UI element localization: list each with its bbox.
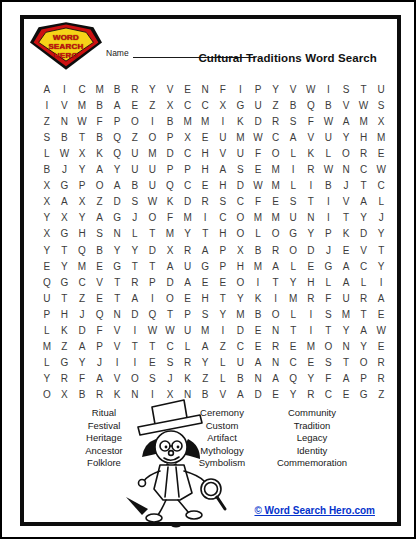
grid-cell: E (91, 290, 109, 306)
grid-cell: D (179, 194, 197, 210)
grid-cell: L (249, 226, 267, 242)
name-label: Name (106, 48, 129, 58)
grid-cell: I (108, 355, 126, 371)
grid-cell: Y (302, 226, 320, 242)
grid-cell: P (161, 162, 179, 178)
grid-cell: A (267, 258, 285, 274)
grid-cell: F (249, 145, 267, 161)
grid-cell: O (161, 290, 179, 306)
grid-cell: Z (56, 339, 74, 355)
grid-cell: T (355, 178, 373, 194)
grid-cell: H (214, 178, 232, 194)
worksheet-screenshot: WORDSEARCHHERO Name Cultural Traditions … (0, 0, 416, 539)
grid-cell: R (302, 290, 320, 306)
grid-cell: A (284, 129, 302, 145)
grid-cell: B (91, 242, 109, 258)
grid-cell: C (179, 178, 197, 194)
grid-cell: S (320, 306, 338, 322)
grid-cell: A (38, 81, 56, 97)
grid-cell: T (372, 242, 390, 258)
grid-cell: D (249, 113, 267, 129)
grid-cell: W (320, 162, 338, 178)
grid-cell: L (372, 194, 390, 210)
grid-cell: N (302, 210, 320, 226)
grid-cell: A (179, 274, 197, 290)
grid-cell: X (214, 97, 232, 113)
grid-cell: D (73, 323, 91, 339)
grid-cell: C (232, 339, 250, 355)
grid-cell: E (284, 339, 302, 355)
grid-cell: W (249, 129, 267, 145)
grid-cell: U (144, 178, 162, 194)
grid-cell: B (249, 242, 267, 258)
grid-cell: E (302, 355, 320, 371)
grid-cell: S (232, 162, 250, 178)
grid-cell: W (302, 81, 320, 97)
grid-cell: A (108, 178, 126, 194)
grid-cell: Y (38, 210, 56, 226)
word-search-hero-link[interactable]: © Word Search Hero.com (254, 505, 375, 516)
grid-cell: B (232, 371, 250, 387)
grid-cell: E (372, 145, 390, 161)
grid-cell: M (73, 258, 91, 274)
grid-cell: I (56, 81, 74, 97)
grid-cell: R (196, 194, 214, 210)
grid-cell: Z (144, 97, 162, 113)
grid-cell: T (108, 290, 126, 306)
grid-cell: B (108, 81, 126, 97)
grid-cell: L (355, 274, 373, 290)
grid-cell: W (144, 323, 162, 339)
grid-cell: S (91, 226, 109, 242)
grid-cell: Y (302, 371, 320, 387)
grid-cell: Z (372, 387, 390, 403)
grid-cell: P (355, 371, 373, 387)
grid-cell: L (284, 178, 302, 194)
grid-cell: I (196, 210, 214, 226)
grid-cell: A (108, 97, 126, 113)
grid-cell: M (179, 113, 197, 129)
grid-cell: F (91, 113, 109, 129)
grid-cell: B (126, 178, 144, 194)
grid-cell: X (372, 113, 390, 129)
grid-cell: S (126, 194, 144, 210)
grid-cell: Y (284, 387, 302, 403)
grid-cell: O (144, 210, 162, 226)
grid-cell: K (337, 226, 355, 242)
grid-cell: O (232, 210, 250, 226)
grid-cell: R (267, 339, 285, 355)
grid-cell: R (179, 242, 197, 258)
grid-cell: A (214, 162, 232, 178)
grid-cell: N (267, 355, 285, 371)
grid-cell: S (320, 355, 338, 371)
grid-cell: G (196, 258, 214, 274)
grid-cell: M (232, 129, 250, 145)
grid-cell: L (214, 371, 232, 387)
grid-cell: M (196, 323, 214, 339)
grid-cell: Y (38, 371, 56, 387)
grid-cell: H (196, 162, 214, 178)
grid-cell: A (337, 274, 355, 290)
grid-cell: D (126, 306, 144, 322)
grid-cell: F (320, 371, 338, 387)
grid-cell: A (337, 258, 355, 274)
grid-cell: E (337, 387, 355, 403)
grid-cell: R (302, 162, 320, 178)
grid-cell: O (232, 274, 250, 290)
grid-cell: I (214, 113, 232, 129)
grid-cell: B (320, 178, 338, 194)
grid-cell: E (249, 162, 267, 178)
grid-cell: W (161, 323, 179, 339)
grid-cell: T (214, 290, 232, 306)
grid-cell: L (38, 323, 56, 339)
grid-cell: R (372, 371, 390, 387)
grid-cell: A (91, 371, 109, 387)
grid-cell: L (320, 145, 338, 161)
grid-cell: S (196, 306, 214, 322)
grid-cell: L (320, 274, 338, 290)
grid-cell: H (214, 226, 232, 242)
grid-cell: Z (196, 371, 214, 387)
grid-cell: F (91, 323, 109, 339)
grid-cell: A (196, 339, 214, 355)
grid-cell: I (38, 97, 56, 113)
grid-cell: R (126, 81, 144, 97)
grid-cell: R (355, 145, 373, 161)
grid-cell: O (91, 178, 109, 194)
grid-cell: E (196, 129, 214, 145)
grid-cell: B (91, 97, 109, 113)
word-list-column-3: CommunityTraditionLegacyIdentityCommemor… (256, 407, 368, 470)
grid-cell: I (320, 210, 338, 226)
grid-cell: T (108, 274, 126, 290)
grid-cell: C (232, 194, 250, 210)
grid-cell: H (196, 145, 214, 161)
grid-cell: A (267, 371, 285, 387)
grid-cell: T (337, 210, 355, 226)
grid-cell: B (56, 129, 74, 145)
grid-cell: M (249, 258, 267, 274)
grid-cell: O (337, 145, 355, 161)
grid-cell: W (372, 323, 390, 339)
page-title: Cultural Traditions Word Search (198, 52, 377, 64)
grid-cell: G (355, 387, 373, 403)
grid-cell: O (284, 242, 302, 258)
grid-cell: K (232, 113, 250, 129)
grid-cell: E (214, 274, 232, 290)
grid-cell: T (302, 194, 320, 210)
grid-cell: P (144, 274, 162, 290)
grid-cell: P (214, 258, 232, 274)
grid-cell: U (284, 210, 302, 226)
grid-cell: R (355, 290, 373, 306)
grid-cell: X (56, 210, 74, 226)
grid-cell: U (179, 258, 197, 274)
grid-cell: V (337, 194, 355, 210)
grid-cell: T (320, 323, 338, 339)
grid-cell: U (320, 129, 338, 145)
grid-cell: O (144, 129, 162, 145)
grid-cell: T (284, 323, 302, 339)
grid-cell: D (302, 242, 320, 258)
grid-cell: I (267, 290, 285, 306)
grid-cell: D (161, 145, 179, 161)
grid-cell: G (56, 226, 74, 242)
grid-cell: X (179, 129, 197, 145)
grid-cell: D (232, 323, 250, 339)
grid-cell: G (56, 178, 74, 194)
grid-cell: A (73, 339, 91, 355)
grid-cell: O (38, 387, 56, 403)
grid-cell: U (232, 355, 250, 371)
grid-cell: H (302, 274, 320, 290)
grid-cell: U (179, 323, 197, 339)
grid-cell: J (161, 371, 179, 387)
grid-cell: L (38, 145, 56, 161)
grid-cell: W (372, 162, 390, 178)
grid-cell: K (56, 323, 74, 339)
grid-cell: C (179, 97, 197, 113)
grid-cell: Q (73, 242, 91, 258)
grid-cell: E (144, 355, 162, 371)
grid-cell: Q (284, 371, 302, 387)
grid-cell: D (161, 274, 179, 290)
grid-cell: A (355, 323, 373, 339)
grid-cell: K (249, 290, 267, 306)
grid-cell: F (320, 290, 338, 306)
word-list-item: Legacy (256, 432, 368, 445)
grid-cell: U (126, 145, 144, 161)
grid-cell: Y (232, 290, 250, 306)
grid-cell: R (302, 387, 320, 403)
grid-cell: M (355, 113, 373, 129)
grid-cell: O (267, 306, 285, 322)
logo-line: WORD (53, 33, 79, 42)
grid-cell: P (73, 178, 91, 194)
grid-cell: P (38, 306, 56, 322)
grid-cell: U (126, 162, 144, 178)
grid-cell: I (302, 178, 320, 194)
grid-cell: M (144, 145, 162, 161)
grid-cell: K (302, 145, 320, 161)
worksheet-page: WORDSEARCHHERO Name Cultural Traditions … (20, 15, 401, 526)
grid-cell: E (179, 81, 197, 97)
grid-cell: V (337, 97, 355, 113)
grid-cell: T (126, 339, 144, 355)
grid-cell: R (126, 274, 144, 290)
grid-cell: S (214, 194, 232, 210)
grid-cell: R (91, 387, 109, 403)
grid-cell: V (108, 323, 126, 339)
grid-cell: U (232, 145, 250, 161)
grid-cell: Y (73, 355, 91, 371)
grid-cell: T (73, 129, 91, 145)
grid-cell: M (232, 306, 250, 322)
grid-cell: L (284, 306, 302, 322)
grid-cell: Y (337, 323, 355, 339)
grid-cell: E (302, 258, 320, 274)
grid-cell: M (267, 210, 285, 226)
grid-cell: J (126, 210, 144, 226)
grid-cell: Y (144, 81, 162, 97)
grid-cell: C (73, 274, 91, 290)
grid-cell: H (232, 258, 250, 274)
grid-cell: H (73, 226, 91, 242)
grid-cell: P (249, 81, 267, 97)
grid-cell: Q (108, 129, 126, 145)
grid-cell: C (372, 178, 390, 194)
grid-cell: F (249, 194, 267, 210)
grid-cell: M (196, 113, 214, 129)
grid-cell: L (38, 355, 56, 371)
grid-cell: U (372, 81, 390, 97)
grid-cell: Y (108, 242, 126, 258)
grid-cell: J (337, 178, 355, 194)
grid-cell: P (179, 306, 197, 322)
grid-cell: Y (38, 242, 56, 258)
grid-cell: A (337, 113, 355, 129)
grid-cell: Y (267, 81, 285, 97)
grid-cell: V (355, 242, 373, 258)
grid-cell: M (73, 97, 91, 113)
grid-cell: Y (73, 210, 91, 226)
grid-cell: S (284, 113, 302, 129)
grid-cell: Y (56, 258, 74, 274)
grid-cell: F (214, 81, 232, 97)
grid-cell: T (161, 306, 179, 322)
grid-cell: N (108, 226, 126, 242)
grid-cell: M (179, 210, 197, 226)
grid-cell: E (337, 242, 355, 258)
grid-cell: D (232, 178, 250, 194)
logo-text: WORDSEARCHHERO (30, 29, 102, 63)
grid-cell: Y (179, 226, 197, 242)
grid-cell: A (161, 258, 179, 274)
grid-cell: J (56, 162, 74, 178)
grid-cell: G (232, 97, 250, 113)
grid-cell: A (337, 371, 355, 387)
grid-cell: Y (372, 258, 390, 274)
grid-cell: C (355, 258, 373, 274)
grid-cell: C (73, 81, 91, 97)
grid-cell: E (267, 194, 285, 210)
grid-cell: T (355, 306, 373, 322)
grid-cell: B (249, 306, 267, 322)
grid-cell: E (179, 290, 197, 306)
grid-cell: E (249, 339, 267, 355)
grid-cell: B (73, 387, 91, 403)
grid-cell: K (91, 145, 109, 161)
grid-cell: M (38, 339, 56, 355)
grid-cell: A (249, 355, 267, 371)
grid-cell: O (267, 226, 285, 242)
grid-cell: I (320, 81, 338, 97)
grid-cell: W (144, 194, 162, 210)
grid-cell: A (372, 290, 390, 306)
grid-cell: N (267, 323, 285, 339)
grid-cell: Y (355, 210, 373, 226)
grid-cell: S (372, 97, 390, 113)
grid-cell: Z (91, 194, 109, 210)
grid-cell: Q (91, 306, 109, 322)
grid-cell: P (179, 162, 197, 178)
grid-cell: L (284, 258, 302, 274)
grid-cell: Y (196, 355, 214, 371)
grid-cell: P (108, 113, 126, 129)
grid-cell: C (196, 97, 214, 113)
grid-cell: N (196, 81, 214, 97)
grid-cell: G (108, 258, 126, 274)
grid-cell: E (126, 97, 144, 113)
grid-cell: C (267, 129, 285, 145)
grid-cell: Q (38, 274, 56, 290)
grid-cell: X (232, 242, 250, 258)
grid-cell: X (73, 194, 91, 210)
grid-cell: A (355, 194, 373, 210)
grid-cell: A (196, 242, 214, 258)
grid-cell: K (161, 194, 179, 210)
grid-cell: N (337, 162, 355, 178)
grid-cell: I (126, 323, 144, 339)
grid-cell: D (249, 387, 267, 403)
word-list-item: Commemoration (256, 457, 368, 470)
grid-cell: A (91, 210, 109, 226)
grid-cell: U (249, 97, 267, 113)
grid-cell: H (196, 290, 214, 306)
grid-cell: G (108, 210, 126, 226)
grid-cell: P (214, 242, 232, 258)
grid-cell: E (249, 323, 267, 339)
grid-cell: A (91, 162, 109, 178)
word-list-item: Identity (256, 445, 368, 458)
grid-cell: A (126, 290, 144, 306)
grid-cell: R (56, 371, 74, 387)
grid-cell: T (144, 258, 162, 274)
grid-cell: X (38, 178, 56, 194)
grid-cell: P (320, 226, 338, 242)
grid-cell: D (144, 242, 162, 258)
grid-cell: H (56, 306, 74, 322)
grid-cell: I (126, 355, 144, 371)
grid-cell: V (108, 339, 126, 355)
grid-cell: O (267, 145, 285, 161)
grid-cell: I (302, 323, 320, 339)
grid-cell: H (355, 129, 373, 145)
grid-cell: I (144, 113, 162, 129)
grid-cell: M (372, 129, 390, 145)
grid-cell: W (56, 145, 74, 161)
grid-cell: T (267, 274, 285, 290)
logo-line: SEARCH (49, 42, 84, 51)
grid-cell: V (91, 274, 109, 290)
grid-cell: L (284, 145, 302, 161)
grid-cell: M (91, 81, 109, 97)
grid-cell: E (196, 274, 214, 290)
grid-cell: Z (214, 339, 232, 355)
grid-cell: Y (73, 162, 91, 178)
grid-cell: O (126, 113, 144, 129)
grid-cell: O (320, 339, 338, 355)
grid-cell: X (73, 145, 91, 161)
grid-cell: C (161, 339, 179, 355)
logo-line: HERO (54, 51, 78, 60)
grid-cell: Y (214, 306, 232, 322)
grid-cell: Z (267, 97, 285, 113)
grid-cell: G (284, 226, 302, 242)
grid-cell: U (144, 162, 162, 178)
